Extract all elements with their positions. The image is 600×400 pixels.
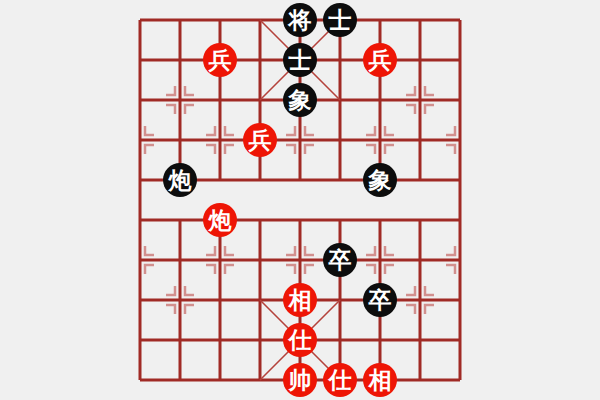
piece-red-cannon[interactable]: 炮	[200, 200, 240, 240]
piece-red-soldier[interactable]: 兵	[200, 40, 240, 80]
piece-black-advisor[interactable]: 士	[320, 0, 360, 40]
piece-red-elephant[interactable]: 相	[280, 280, 320, 320]
piece-red-general[interactable]: 帅	[280, 360, 320, 400]
piece-glyph: 兵	[363, 43, 397, 77]
piece-glyph: 象	[363, 163, 397, 197]
piece-glyph: 兵	[243, 123, 277, 157]
piece-black-soldier[interactable]: 卒	[360, 280, 400, 320]
piece-glyph: 卒	[363, 283, 397, 317]
piece-glyph: 炮	[203, 203, 237, 237]
piece-glyph: 仕	[283, 323, 317, 357]
piece-black-elephant[interactable]: 象	[280, 80, 320, 120]
piece-red-advisor[interactable]: 仕	[320, 360, 360, 400]
piece-black-general[interactable]: 将	[280, 0, 320, 40]
piece-black-cannon[interactable]: 炮	[160, 160, 200, 200]
piece-black-elephant[interactable]: 象	[360, 160, 400, 200]
piece-glyph: 仕	[323, 363, 357, 397]
piece-red-elephant[interactable]: 相	[360, 360, 400, 400]
piece-glyph: 兵	[203, 43, 237, 77]
piece-glyph: 相	[363, 363, 397, 397]
xiangqi-screen: 将士士象炮象卒卒兵兵兵炮相仕帅仕相	[0, 0, 600, 400]
piece-glyph: 士	[323, 3, 357, 37]
piece-red-soldier[interactable]: 兵	[360, 40, 400, 80]
piece-glyph: 士	[283, 43, 317, 77]
piece-black-advisor[interactable]: 士	[280, 40, 320, 80]
piece-glyph: 炮	[163, 163, 197, 197]
piece-glyph: 帅	[283, 363, 317, 397]
piece-glyph: 象	[283, 83, 317, 117]
pieces-layer: 将士士象炮象卒卒兵兵兵炮相仕帅仕相	[120, 0, 480, 400]
piece-glyph: 将	[283, 3, 317, 37]
piece-red-advisor[interactable]: 仕	[280, 320, 320, 360]
piece-glyph: 相	[283, 283, 317, 317]
piece-red-soldier[interactable]: 兵	[240, 120, 280, 160]
piece-glyph: 卒	[323, 243, 357, 277]
piece-black-soldier[interactable]: 卒	[320, 240, 360, 280]
